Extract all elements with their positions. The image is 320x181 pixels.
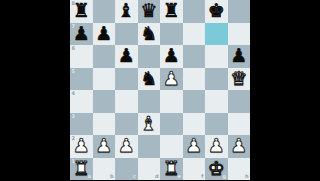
square-b8[interactable] [93,0,116,23]
square-a6[interactable]: 6 [70,45,93,68]
square-c3[interactable] [115,113,138,136]
square-d8[interactable]: ♛ [138,0,161,23]
square-b1[interactable]: b [93,158,116,181]
white-rook-icon[interactable]: ♜ [73,157,90,180]
square-c1[interactable]: c [115,158,138,181]
square-b6[interactable] [93,45,116,68]
square-b3[interactable] [93,113,116,136]
black-knight-icon[interactable]: ♞ [140,67,157,90]
square-g8[interactable]: ♚ [205,0,228,23]
square-c4[interactable] [115,90,138,113]
square-a8[interactable]: 8♜ [70,0,93,23]
square-a2[interactable]: 2♟ [70,135,93,158]
square-d7[interactable]: ♞ [138,23,161,46]
file-label-f: f [201,174,203,179]
square-d6[interactable] [138,45,161,68]
square-e5[interactable]: ♟ [160,68,183,91]
square-f2[interactable]: ♟ [183,135,206,158]
square-f1[interactable]: f [183,158,206,181]
black-rook-icon[interactable]: ♜ [73,0,90,22]
white-bishop-icon[interactable]: ♝ [140,112,157,135]
square-f3[interactable] [183,113,206,136]
white-pawn-icon[interactable]: ♟ [163,67,180,90]
square-c6[interactable]: ♟ [115,45,138,68]
file-label-h: h [245,174,249,179]
black-knight-icon[interactable]: ♞ [140,22,157,45]
square-g6[interactable] [205,45,228,68]
black-king-icon[interactable]: ♚ [208,0,225,22]
square-h2[interactable]: ♟ [228,135,251,158]
square-g2[interactable]: ♟ [205,135,228,158]
black-bishop-icon[interactable]: ♝ [118,0,135,22]
square-h7[interactable] [228,23,251,46]
rank-label-5: 5 [72,69,75,74]
square-b4[interactable] [93,90,116,113]
white-king-icon[interactable]: ♚ [208,157,225,180]
square-c5[interactable] [115,68,138,91]
white-queen-icon[interactable]: ♛ [230,67,247,90]
square-g5[interactable] [205,68,228,91]
square-f6[interactable] [183,45,206,68]
white-pawn-icon[interactable]: ♟ [118,134,135,157]
square-h5[interactable]: ♛ [228,68,251,91]
rank-label-4: 4 [72,91,75,96]
rank-label-6: 6 [72,46,75,51]
white-pawn-icon[interactable]: ♟ [73,134,90,157]
file-label-c: c [133,174,136,179]
black-queen-icon[interactable]: ♛ [140,0,157,22]
square-f5[interactable] [183,68,206,91]
square-d5[interactable]: ♞ [138,68,161,91]
square-d2[interactable] [138,135,161,158]
square-a4[interactable]: 4 [70,90,93,113]
black-pawn-icon[interactable]: ♟ [118,44,135,67]
square-h1[interactable]: h [228,158,251,181]
square-b2[interactable]: ♟ [93,135,116,158]
letterbox-background: 8♜♝♛♜♚7♟♟♞6♟♟♟5♞♟♛43♝2♟♟♟♟♟♟1a♜bcde♜fg♚h [0,0,320,180]
chess-board: 8♜♝♛♜♚7♟♟♞6♟♟♟5♞♟♛43♝2♟♟♟♟♟♟1a♜bcde♜fg♚h [70,0,250,180]
square-g4[interactable] [205,90,228,113]
file-label-b: b [110,174,114,179]
white-pawn-icon[interactable]: ♟ [208,134,225,157]
square-b5[interactable] [93,68,116,91]
square-c2[interactable]: ♟ [115,135,138,158]
white-pawn-icon[interactable]: ♟ [185,134,202,157]
square-e7[interactable] [160,23,183,46]
square-f7[interactable] [183,23,206,46]
square-e3[interactable] [160,113,183,136]
square-f4[interactable] [183,90,206,113]
square-c7[interactable] [115,23,138,46]
rank-label-3: 3 [72,114,75,119]
square-a5[interactable]: 5 [70,68,93,91]
black-pawn-icon[interactable]: ♟ [95,22,112,45]
square-d4[interactable] [138,90,161,113]
square-h6[interactable]: ♟ [228,45,251,68]
square-d1[interactable]: d [138,158,161,181]
square-h4[interactable] [228,90,251,113]
square-e4[interactable] [160,90,183,113]
square-h3[interactable] [228,113,251,136]
square-g1[interactable]: g♚ [205,158,228,181]
square-a7[interactable]: 7♟ [70,23,93,46]
white-rook-icon[interactable]: ♜ [163,157,180,180]
square-c8[interactable]: ♝ [115,0,138,23]
square-h8[interactable] [228,0,251,23]
square-a1[interactable]: 1a♜ [70,158,93,181]
black-pawn-icon[interactable]: ♟ [230,44,247,67]
square-g7[interactable] [205,23,228,46]
black-rook-icon[interactable]: ♜ [163,0,180,22]
square-e2[interactable] [160,135,183,158]
square-a3[interactable]: 3 [70,113,93,136]
square-f8[interactable] [183,0,206,23]
black-pawn-icon[interactable]: ♟ [163,44,180,67]
white-pawn-icon[interactable]: ♟ [230,134,247,157]
square-e8[interactable]: ♜ [160,0,183,23]
file-label-d: d [155,174,159,179]
square-g3[interactable] [205,113,228,136]
square-e1[interactable]: e♜ [160,158,183,181]
black-pawn-icon[interactable]: ♟ [73,22,90,45]
square-b7[interactable]: ♟ [93,23,116,46]
square-e6[interactable]: ♟ [160,45,183,68]
white-pawn-icon[interactable]: ♟ [95,134,112,157]
square-d3[interactable]: ♝ [138,113,161,136]
